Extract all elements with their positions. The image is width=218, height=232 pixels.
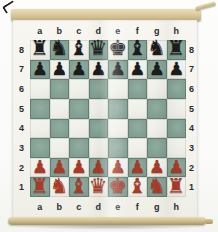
square-d8[interactable]: ♛ — [89, 40, 109, 60]
rank-right-label-2: 2 — [186, 158, 197, 178]
square-c5[interactable] — [69, 99, 89, 119]
piece-red-bishop[interactable]: ♝ — [69, 177, 88, 196]
square-h6[interactable] — [167, 79, 187, 99]
piece-red-rook[interactable]: ♜ — [167, 177, 186, 196]
square-h5[interactable] — [167, 99, 187, 119]
piece-red-knight[interactable]: ♞ — [50, 177, 69, 196]
piece-red-queen[interactable]: ♛ — [89, 177, 108, 196]
file-bottom-label-h: h — [167, 199, 187, 214]
bottom-dowel-tip — [205, 219, 213, 224]
square-f6[interactable] — [128, 79, 148, 99]
square-e6[interactable] — [108, 79, 128, 99]
square-b1[interactable]: ♞ — [50, 177, 70, 197]
piece-red-king[interactable]: ♚ — [108, 177, 127, 196]
piece-black-bishop[interactable]: ♝ — [128, 39, 147, 58]
rank-right-label-5: 5 — [186, 99, 197, 119]
rank-right-label-4: 4 — [186, 119, 197, 139]
square-e4[interactable] — [108, 119, 128, 139]
piece-red-bishop[interactable]: ♝ — [128, 177, 147, 196]
piece-black-pawn[interactable]: ♟ — [90, 59, 106, 78]
file-bottom-label-b: b — [50, 199, 70, 214]
piece-black-king[interactable]: ♚ — [108, 39, 127, 58]
files-bottom: abcdefgh — [30, 199, 186, 214]
file-bottom-label-e: e — [108, 199, 128, 214]
rank-left-label-6: 6 — [13, 79, 30, 99]
piece-black-pawn[interactable]: ♟ — [51, 59, 67, 78]
square-f1[interactable]: ♝ — [128, 177, 148, 197]
square-b7[interactable]: ♟ — [50, 60, 70, 80]
square-b4[interactable] — [50, 119, 70, 139]
square-g6[interactable] — [147, 79, 167, 99]
rank-left-label-2: 2 — [13, 158, 30, 178]
square-h8[interactable]: ♜ — [167, 40, 187, 60]
square-a3[interactable] — [30, 138, 50, 158]
rank-right-label-6: 6 — [186, 79, 197, 99]
square-a8[interactable]: ♜ — [30, 40, 50, 60]
square-d4[interactable] — [89, 119, 109, 139]
square-f3[interactable] — [128, 138, 148, 158]
piece-black-pawn[interactable]: ♟ — [71, 59, 87, 78]
rank-right-label-3: 3 — [186, 138, 197, 158]
rank-right-label-1: 1 — [186, 177, 197, 197]
piece-black-knight[interactable]: ♞ — [50, 39, 69, 58]
square-b5[interactable] — [50, 99, 70, 119]
piece-black-pawn[interactable]: ♟ — [32, 59, 48, 78]
piece-black-pawn[interactable]: ♟ — [129, 59, 145, 78]
square-d6[interactable] — [89, 79, 109, 99]
square-g8[interactable]: ♞ — [147, 40, 167, 60]
file-bottom-label-g: g — [147, 199, 167, 214]
square-g1[interactable]: ♞ — [147, 177, 167, 197]
rank-left-label-8: 8 — [13, 40, 30, 60]
file-bottom-label-d: d — [89, 199, 109, 214]
square-f7[interactable]: ♟ — [128, 60, 148, 80]
rank-left-label-7: 7 — [13, 60, 30, 80]
square-b8[interactable]: ♞ — [50, 40, 70, 60]
square-g5[interactable] — [147, 99, 167, 119]
demo-chess-board-scene: abcdefgh 87654321 87654321 ♜♞♝♛♚♝♞♜♟♟♟♟♟… — [0, 0, 218, 232]
square-d1[interactable]: ♛ — [89, 177, 109, 197]
board: ♜♞♝♛♚♝♞♜♟♟♟♟♟♟♟♟♟♟♟♟♟♟♟♟♜♞♝♛♚♝♞♜ — [30, 40, 186, 197]
square-c6[interactable] — [69, 79, 89, 99]
square-c4[interactable] — [69, 119, 89, 139]
square-h1[interactable]: ♜ — [167, 177, 187, 197]
file-bottom-label-c: c — [69, 199, 89, 214]
square-c8[interactable]: ♝ — [69, 40, 89, 60]
square-d7[interactable]: ♟ — [89, 60, 109, 80]
square-d5[interactable] — [89, 99, 109, 119]
square-a7[interactable]: ♟ — [30, 60, 50, 80]
piece-black-pawn[interactable]: ♟ — [149, 59, 165, 78]
piece-black-pawn[interactable]: ♟ — [110, 59, 126, 78]
square-c3[interactable] — [69, 138, 89, 158]
rank-left-label-1: 1 — [13, 177, 30, 197]
square-e7[interactable]: ♟ — [108, 60, 128, 80]
piece-black-rook[interactable]: ♜ — [30, 39, 49, 58]
bottom-dowel — [8, 217, 206, 225]
square-g4[interactable] — [147, 119, 167, 139]
square-e8[interactable]: ♚ — [108, 40, 128, 60]
square-h3[interactable] — [167, 138, 187, 158]
square-e3[interactable] — [108, 138, 128, 158]
square-a4[interactable] — [30, 119, 50, 139]
piece-red-rook[interactable]: ♜ — [30, 177, 49, 196]
rank-right-label-8: 8 — [186, 40, 197, 60]
ranks-right: 87654321 — [186, 40, 197, 197]
square-h7[interactable]: ♟ — [167, 60, 187, 80]
piece-red-knight[interactable]: ♞ — [147, 177, 166, 196]
piece-black-rook[interactable]: ♜ — [167, 39, 186, 58]
square-b6[interactable] — [50, 79, 70, 99]
square-g7[interactable]: ♟ — [147, 60, 167, 80]
square-c1[interactable]: ♝ — [69, 177, 89, 197]
piece-black-knight[interactable]: ♞ — [147, 39, 166, 58]
square-f8[interactable]: ♝ — [128, 40, 148, 60]
rank-left-label-5: 5 — [13, 99, 30, 119]
piece-black-pawn[interactable]: ♟ — [168, 59, 184, 78]
square-b3[interactable] — [50, 138, 70, 158]
file-bottom-label-a: a — [30, 199, 50, 214]
square-a5[interactable] — [30, 99, 50, 119]
piece-black-queen[interactable]: ♛ — [89, 39, 108, 58]
square-h4[interactable] — [167, 119, 187, 139]
square-e5[interactable] — [108, 99, 128, 119]
square-a1[interactable]: ♜ — [30, 177, 50, 197]
piece-black-bishop[interactable]: ♝ — [69, 39, 88, 58]
square-f5[interactable] — [128, 99, 148, 119]
square-c7[interactable]: ♟ — [69, 60, 89, 80]
file-bottom-label-f: f — [128, 199, 148, 214]
hanger-rod — [195, 1, 216, 10]
ranks-left: 87654321 — [13, 40, 30, 197]
square-d3[interactable] — [89, 138, 109, 158]
square-e1[interactable]: ♚ — [108, 177, 128, 197]
square-f4[interactable] — [128, 119, 148, 139]
rank-left-label-4: 4 — [13, 119, 30, 139]
rank-right-label-7: 7 — [186, 60, 197, 80]
rank-left-label-3: 3 — [13, 138, 30, 158]
square-g3[interactable] — [147, 138, 167, 158]
square-a6[interactable] — [30, 79, 50, 99]
